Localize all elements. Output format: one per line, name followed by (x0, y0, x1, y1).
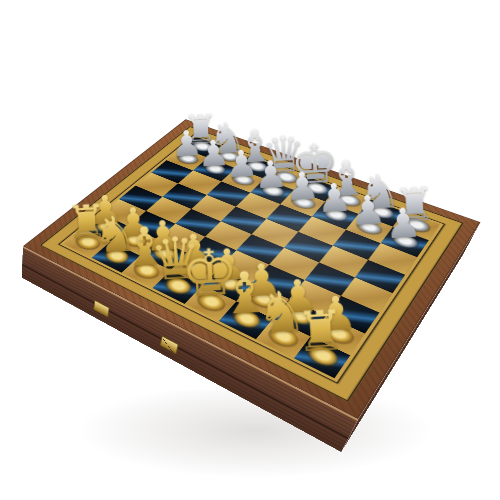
hinge-icon (159, 336, 178, 355)
board-squares-grid: ♜♞♝♛♚♝♞♜♟♟♟♟♟♟♟♟♟♟♟♟♟♟♟♟♜♞♝♛♚♝♞♜ (64, 137, 440, 379)
hinge-icon (94, 300, 111, 318)
product-photo: ♜♞♝♛♚♝♞♜♟♟♟♟♟♟♟♟♟♟♟♟♟♟♟♟♜♞♝♛♚♝♞♜ (0, 0, 500, 500)
piece-glyph: ♟ (316, 177, 353, 218)
board-brass-margin: ♜♞♝♛♚♝♞♜♟♟♟♟♟♟♟♟♟♟♟♟♟♟♟♟♜♞♝♛♚♝♞♜ (40, 126, 464, 402)
piece-glyph: ♟ (254, 155, 289, 194)
piece-glyph: ♟ (349, 189, 387, 231)
piece-glyph: ♟ (384, 202, 423, 245)
piece-glyph: ♜ (295, 303, 347, 361)
chess-case: ♜♞♝♛♚♝♞♜♟♟♟♟♟♟♟♟♟♟♟♟♟♟♟♟♜♞♝♛♚♝♞♜ (23, 119, 481, 419)
piece-glyph: ♟ (284, 166, 320, 206)
